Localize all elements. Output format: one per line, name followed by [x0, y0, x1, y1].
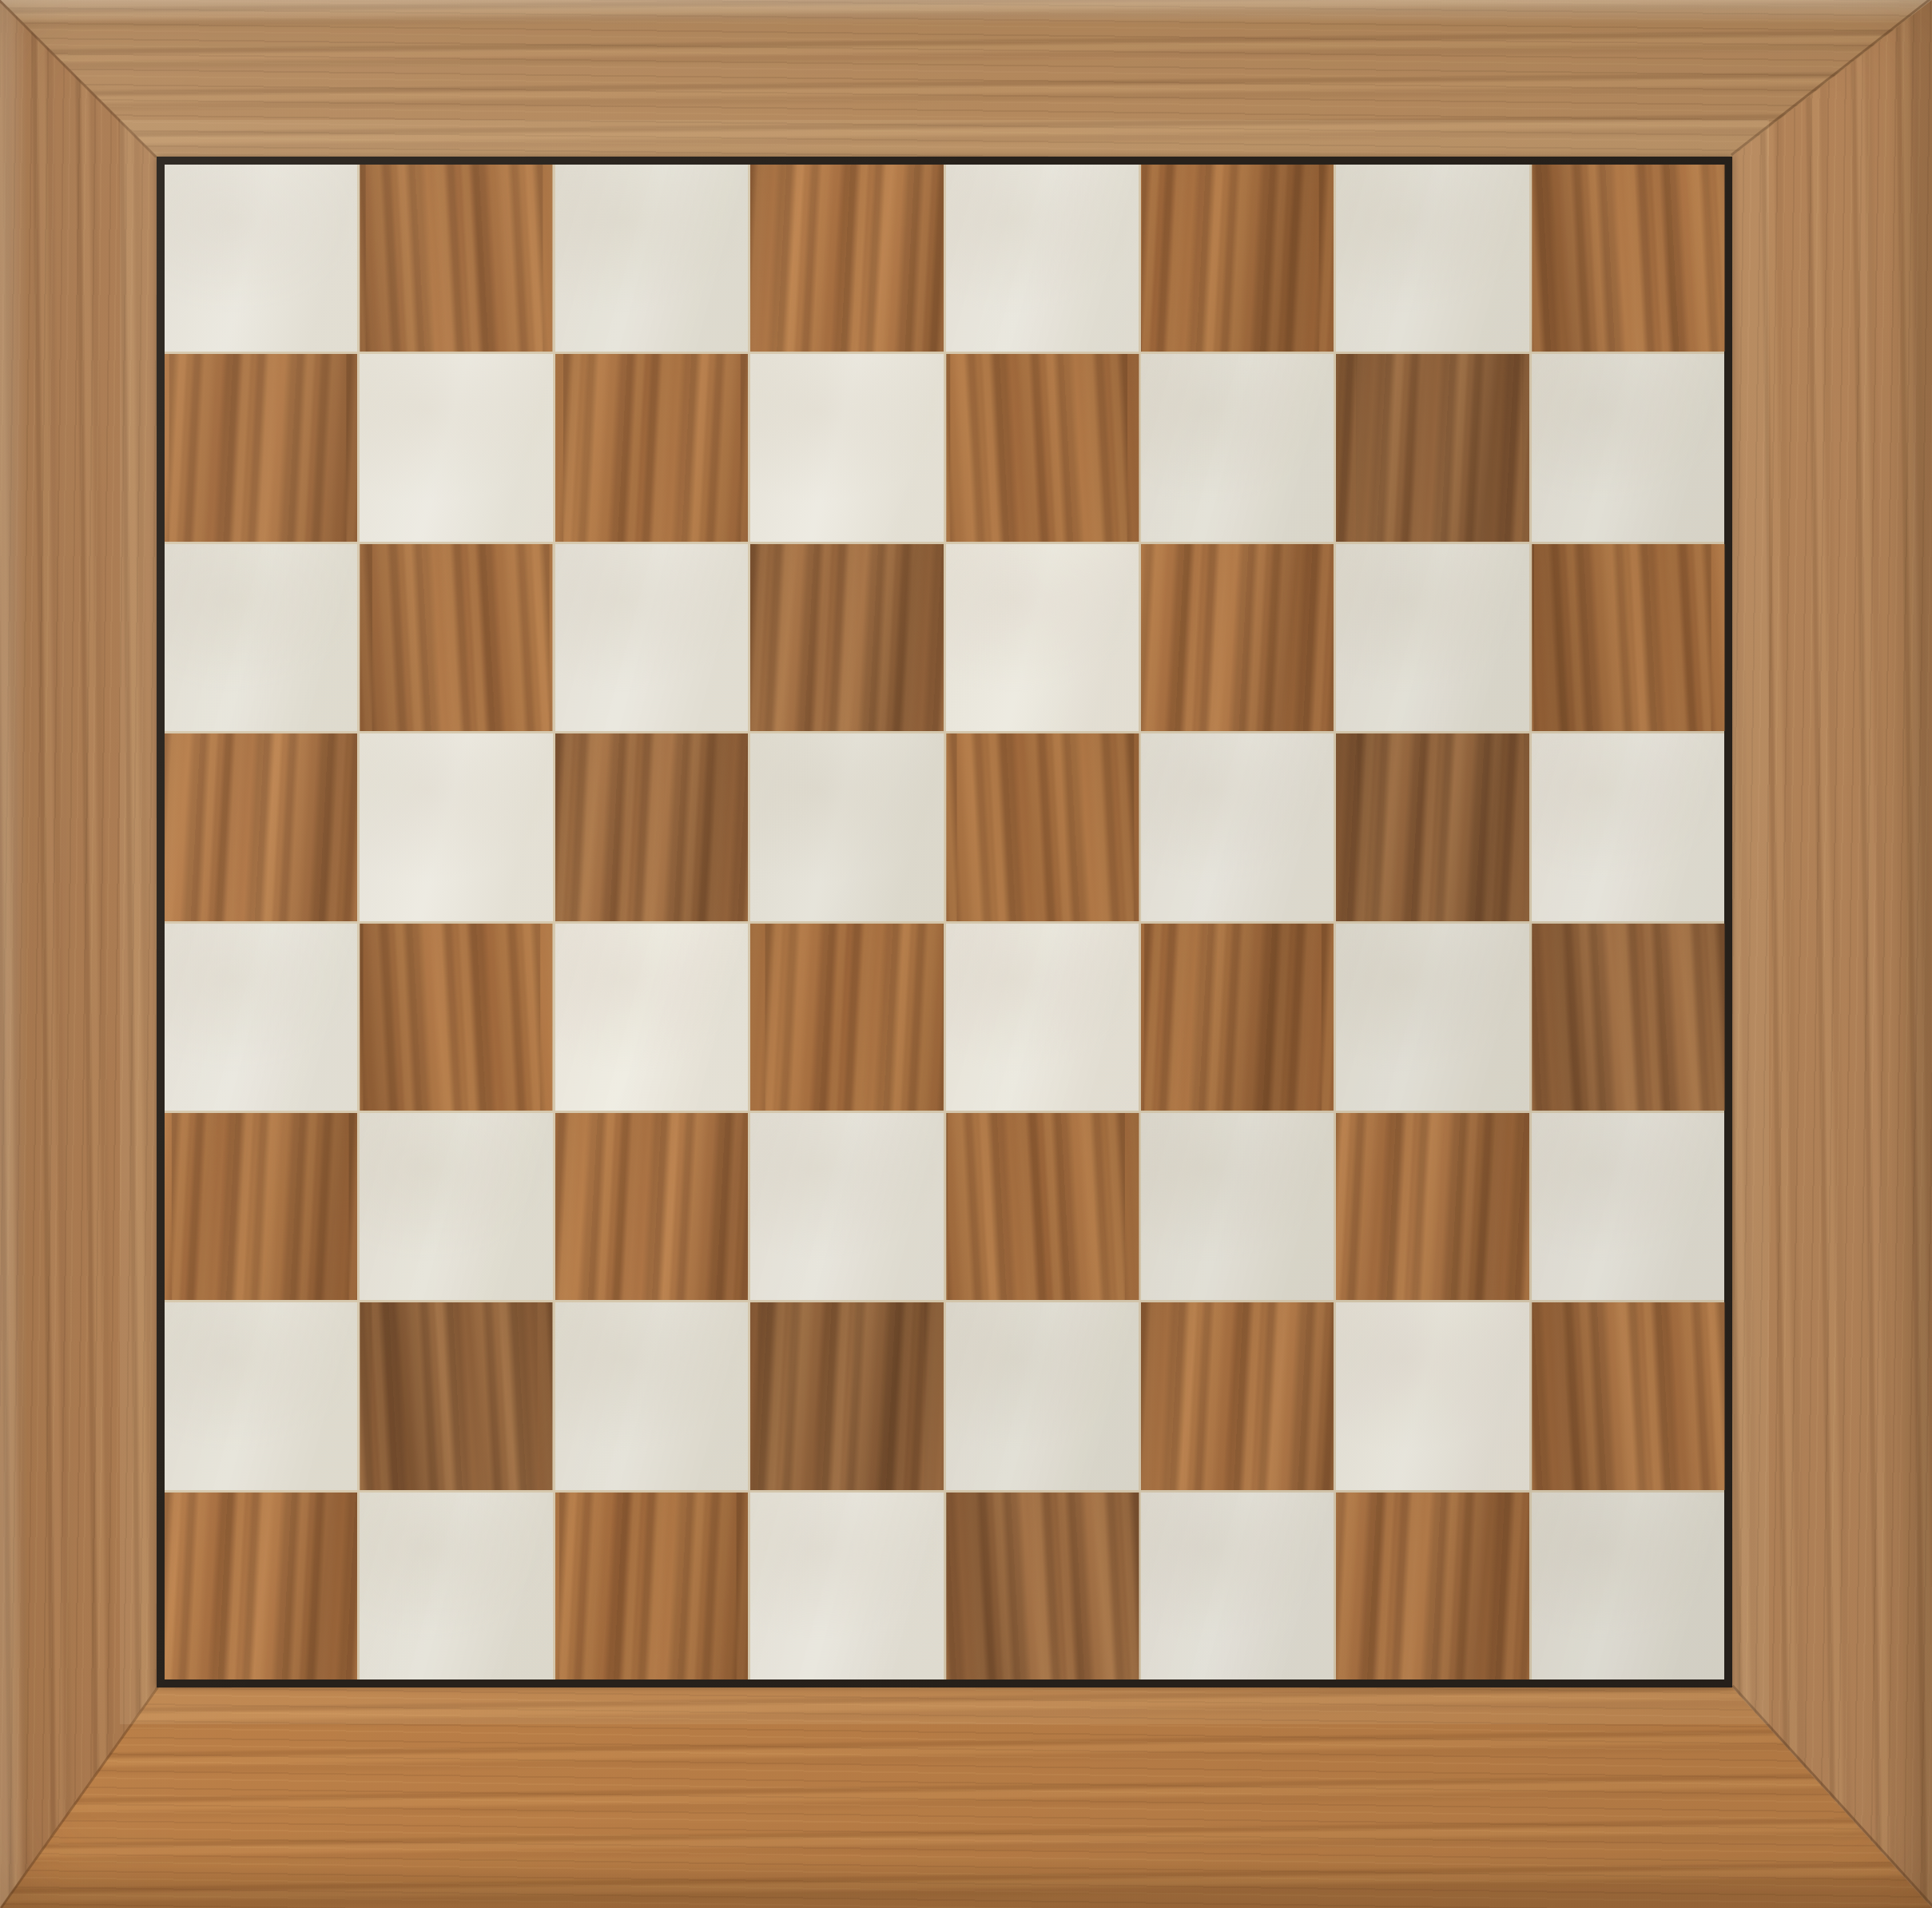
chess-board [157, 157, 1732, 1687]
square-h7[interactable] [1532, 354, 1724, 541]
square-f4[interactable] [1141, 924, 1334, 1111]
square-f8[interactable] [1141, 165, 1334, 352]
square-e5[interactable] [946, 733, 1139, 920]
square-e3[interactable] [946, 1113, 1139, 1300]
square-d2[interactable] [750, 1302, 943, 1489]
square-b8[interactable] [360, 165, 552, 352]
square-a1[interactable] [165, 1493, 357, 1679]
square-e2[interactable] [946, 1302, 1139, 1489]
square-g6[interactable] [1336, 544, 1529, 731]
square-d3[interactable] [750, 1113, 943, 1300]
square-f6[interactable] [1141, 544, 1334, 731]
square-d6[interactable] [750, 544, 943, 731]
square-c1[interactable] [555, 1493, 748, 1679]
square-c3[interactable] [555, 1113, 748, 1300]
square-g8[interactable] [1336, 165, 1529, 352]
square-h3[interactable] [1532, 1113, 1724, 1300]
square-e6[interactable] [946, 544, 1139, 731]
square-e7[interactable] [946, 354, 1139, 541]
square-h6[interactable] [1532, 544, 1724, 731]
wooden-chessboard-photo [0, 0, 1932, 1908]
square-d7[interactable] [750, 354, 943, 541]
square-d8[interactable] [750, 165, 943, 352]
square-g5[interactable] [1336, 733, 1529, 920]
square-h4[interactable] [1532, 924, 1724, 1111]
square-f5[interactable] [1141, 733, 1334, 920]
square-c6[interactable] [555, 544, 748, 731]
square-b4[interactable] [360, 924, 552, 1111]
square-e4[interactable] [946, 924, 1139, 1111]
square-c8[interactable] [555, 165, 748, 352]
square-b1[interactable] [360, 1493, 552, 1679]
square-g1[interactable] [1336, 1493, 1529, 1679]
square-a4[interactable] [165, 924, 357, 1111]
square-g7[interactable] [1336, 354, 1529, 541]
square-h8[interactable] [1532, 165, 1724, 352]
square-g4[interactable] [1336, 924, 1529, 1111]
square-e8[interactable] [946, 165, 1139, 352]
square-h1[interactable] [1532, 1493, 1724, 1679]
square-a6[interactable] [165, 544, 357, 731]
square-g3[interactable] [1336, 1113, 1529, 1300]
square-f7[interactable] [1141, 354, 1334, 541]
square-d4[interactable] [750, 924, 943, 1111]
square-e1[interactable] [946, 1493, 1139, 1679]
square-a3[interactable] [165, 1113, 357, 1300]
square-f2[interactable] [1141, 1302, 1334, 1489]
square-b7[interactable] [360, 354, 552, 541]
square-c7[interactable] [555, 354, 748, 541]
square-a8[interactable] [165, 165, 357, 352]
square-d1[interactable] [750, 1493, 943, 1679]
square-d5[interactable] [750, 733, 943, 920]
square-b2[interactable] [360, 1302, 552, 1489]
square-c4[interactable] [555, 924, 748, 1111]
square-a7[interactable] [165, 354, 357, 541]
square-b6[interactable] [360, 544, 552, 731]
square-b5[interactable] [360, 733, 552, 920]
square-f3[interactable] [1141, 1113, 1334, 1300]
square-h2[interactable] [1532, 1302, 1724, 1489]
square-h5[interactable] [1532, 733, 1724, 920]
square-c5[interactable] [555, 733, 748, 920]
square-a5[interactable] [165, 733, 357, 920]
square-c2[interactable] [555, 1302, 748, 1489]
square-a2[interactable] [165, 1302, 357, 1489]
square-f1[interactable] [1141, 1493, 1334, 1679]
square-b3[interactable] [360, 1113, 552, 1300]
square-g2[interactable] [1336, 1302, 1529, 1489]
